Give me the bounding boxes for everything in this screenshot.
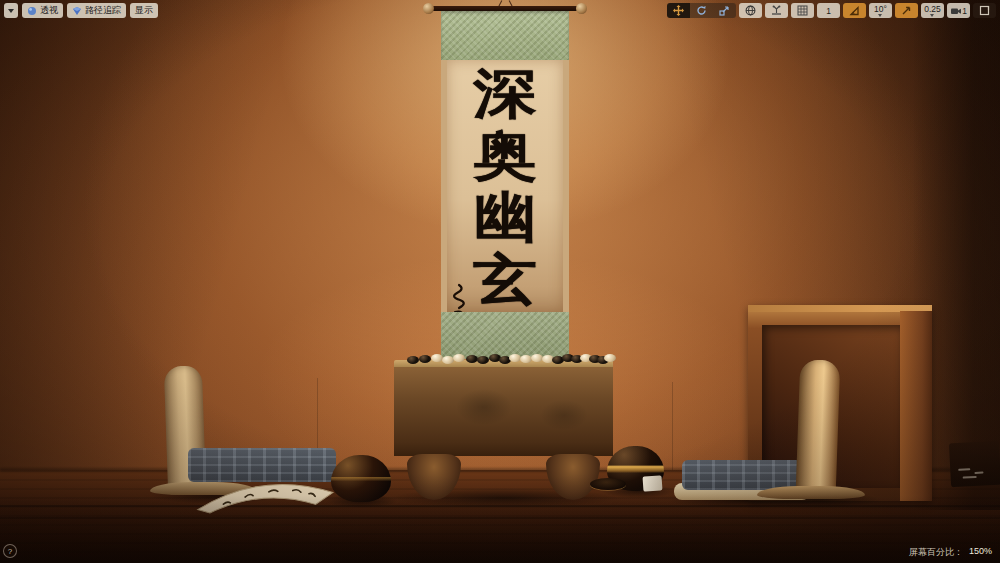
right-zaisu-chair[interactable] [796, 359, 841, 492]
cabinet-side-panel [900, 311, 932, 501]
folding-fan[interactable] [192, 472, 339, 518]
go-bowl-lid[interactable] [590, 478, 626, 490]
calligraphy-char: 深 [473, 62, 537, 124]
surface-snapping-button[interactable] [765, 3, 788, 18]
coordinate-system-button[interactable] [739, 3, 762, 18]
viewport-toolbar-right: 1 10° 0.25 1 [667, 3, 996, 18]
calligraphy-column: 深奥幽玄 [447, 62, 563, 310]
maximize-viewport-button[interactable] [973, 3, 996, 18]
scale-snap-button[interactable] [895, 3, 918, 18]
transform-tool-group [667, 3, 736, 18]
editor-viewport[interactable]: 深奥幽玄 [0, 0, 1000, 563]
show-button[interactable]: 显示 [130, 3, 158, 18]
small-white-box[interactable] [642, 475, 662, 491]
tatami-edge-line [0, 517, 1000, 519]
help-button[interactable]: ? [3, 544, 17, 558]
perspective-label: 透视 [40, 4, 58, 17]
go-stone-black[interactable] [419, 355, 431, 363]
move-tool-button[interactable] [667, 3, 690, 18]
perspective-icon [27, 6, 37, 16]
screen-percentage-value: 150% [969, 546, 992, 559]
rotate-tool-button[interactable] [690, 3, 713, 18]
hanging-scroll[interactable]: 深奥幽玄 [441, 60, 569, 312]
screen-percentage-label: 屏幕百分比： [909, 546, 963, 559]
caret-icon [878, 14, 882, 17]
grid-snap-value[interactable]: 1 [817, 3, 840, 18]
scale-snap-icon [901, 5, 912, 16]
surface-snap-icon [771, 5, 782, 16]
go-stone-black[interactable] [477, 356, 489, 364]
calligraphy-char: 奥 [473, 124, 537, 186]
scroll-brocade-top [441, 11, 569, 60]
scroll-paper: 深奥幽玄 [447, 60, 563, 312]
rotation-snap-icon [849, 5, 860, 16]
camera-speed-button[interactable]: 1 [947, 3, 970, 18]
go-stone-white[interactable] [604, 354, 616, 362]
scroll-rod-knob [576, 3, 587, 14]
calligraphy-char: 玄 [473, 248, 537, 310]
move-icon [673, 5, 684, 16]
globe-icon [745, 5, 756, 16]
floor-signboard[interactable] [949, 441, 1000, 488]
path-tracing-label: 路径追踪 [85, 4, 121, 17]
wall-seam-right [672, 382, 673, 470]
go-bowl-left[interactable] [331, 455, 391, 502]
rotation-snap-button[interactable] [843, 3, 866, 18]
scale-icon [719, 5, 730, 16]
goban[interactable] [394, 367, 613, 456]
go-stone-black[interactable] [407, 356, 419, 364]
viewport-toolbar-left: 透视 路径追踪 显示 [4, 3, 158, 18]
calligraphy-char: 幽 [473, 186, 537, 248]
path-tracing-button[interactable]: 路径追踪 [67, 3, 126, 18]
grid-snap-button[interactable] [791, 3, 814, 18]
grid-snap-icon [797, 5, 808, 16]
scale-tool-button[interactable] [713, 3, 736, 18]
camera-icon [950, 6, 962, 16]
rotation-snap-value[interactable]: 10° [869, 3, 892, 18]
screen-percentage-status: 屏幕百分比： 150% [909, 546, 992, 559]
scroll-rod-knob [423, 3, 434, 14]
perspective-button[interactable]: 透视 [22, 3, 63, 18]
go-stone-white[interactable] [453, 354, 465, 362]
caret-icon [930, 14, 934, 17]
maximize-icon [979, 5, 990, 16]
viewport-options-dropdown[interactable] [4, 3, 18, 18]
scale-snap-value[interactable]: 0.25 [921, 3, 944, 18]
right-chair-base [757, 486, 865, 499]
path-tracing-icon [72, 6, 82, 16]
scroll-brocade-bottom [441, 312, 569, 359]
rotate-icon [696, 5, 707, 16]
show-label: 显示 [135, 4, 153, 17]
